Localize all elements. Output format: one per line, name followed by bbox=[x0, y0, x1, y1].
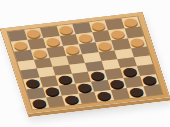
dark-man-piece: ● bbox=[121, 65, 139, 77]
dark-man-piece: ● bbox=[43, 85, 61, 97]
light-man-piece: ● bbox=[63, 43, 81, 55]
dark-man-piece: ● bbox=[56, 73, 74, 85]
dark-man-piece: ● bbox=[88, 69, 106, 81]
light-man-piece: ● bbox=[44, 35, 62, 47]
light-man-piece: ● bbox=[128, 36, 146, 48]
light-man-piece: ● bbox=[122, 16, 140, 28]
light-man-piece: ● bbox=[31, 47, 49, 59]
product-photo-scene: ●●●●●●●●●●●●●●●●●●●●●●●● bbox=[0, 0, 170, 127]
dark-man-piece: ● bbox=[24, 77, 42, 89]
checkers-board: ●●●●●●●●●●●●●●●●●●●●●●●● bbox=[0, 11, 170, 114]
board-frame: ●●●●●●●●●●●●●●●●●●●●●●●● bbox=[0, 11, 170, 117]
dark-man-piece: ● bbox=[76, 81, 94, 93]
dark-man-piece: ● bbox=[127, 85, 145, 97]
dark-man-piece: ● bbox=[108, 77, 126, 89]
square-r3c8[interactable]: ● bbox=[127, 36, 146, 48]
dark-man-piece: ● bbox=[95, 89, 113, 101]
dark-man-piece: ● bbox=[30, 97, 48, 109]
dark-man-piece: ● bbox=[63, 93, 81, 105]
dark-man-piece: ● bbox=[140, 73, 158, 85]
light-man-piece: ● bbox=[109, 27, 127, 39]
light-man-piece: ● bbox=[76, 31, 94, 43]
light-man-piece: ● bbox=[24, 27, 42, 39]
square-r7c8[interactable]: ● bbox=[140, 74, 159, 86]
board-grid: ●●●●●●●●●●●●●●●●●●●●●●●● bbox=[6, 15, 163, 109]
light-man-piece: ● bbox=[89, 19, 107, 31]
light-man-piece: ● bbox=[96, 39, 114, 51]
light-man-piece: ● bbox=[11, 39, 29, 51]
square-r1c8[interactable]: ● bbox=[121, 16, 140, 28]
light-man-piece: ● bbox=[57, 23, 75, 35]
